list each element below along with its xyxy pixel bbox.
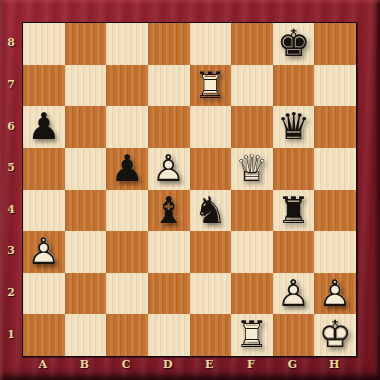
square-g8[interactable]: ♚ [273, 23, 315, 65]
rank-label-5: 5 [0, 147, 22, 189]
square-d5[interactable]: ♟♙ [148, 148, 190, 190]
file-label-b: B [64, 355, 106, 380]
piece-glyph: ♚ [273, 23, 315, 65]
square-a4[interactable] [23, 190, 65, 232]
square-e8[interactable] [190, 23, 232, 65]
piece-black-king-g8[interactable]: ♚ [273, 23, 315, 65]
square-a3[interactable]: ♟♙ [23, 231, 65, 273]
rank-label-7: 7 [0, 64, 22, 106]
square-g1[interactable] [273, 314, 315, 356]
square-f8[interactable] [231, 23, 273, 65]
piece-black-pawn-c5[interactable]: ♟ [106, 148, 148, 190]
file-labels: ABCDEFGH [22, 355, 355, 380]
piece-outline-glyph: ♖ [190, 65, 232, 107]
square-e1[interactable] [190, 314, 232, 356]
file-label-f: F [230, 355, 272, 380]
square-c2[interactable] [106, 273, 148, 315]
piece-white-rook-f1[interactable]: ♜♖ [231, 314, 273, 356]
square-a5[interactable] [23, 148, 65, 190]
square-g3[interactable] [273, 231, 315, 273]
square-b7[interactable] [65, 65, 107, 107]
square-b5[interactable] [65, 148, 107, 190]
square-d8[interactable] [148, 23, 190, 65]
square-d4[interactable]: ♝ [148, 190, 190, 232]
square-c3[interactable] [106, 231, 148, 273]
square-h8[interactable] [314, 23, 356, 65]
square-b4[interactable] [65, 190, 107, 232]
square-e3[interactable] [190, 231, 232, 273]
square-g5[interactable] [273, 148, 315, 190]
piece-black-rook-g4[interactable]: ♜ [273, 190, 315, 232]
square-a6[interactable]: ♟ [23, 106, 65, 148]
file-label-a: A [22, 355, 64, 380]
piece-black-pawn-a6[interactable]: ♟ [23, 106, 65, 148]
square-e2[interactable] [190, 273, 232, 315]
piece-white-pawn-h2[interactable]: ♟♙ [314, 273, 356, 315]
file-label-e: E [189, 355, 231, 380]
square-f6[interactable] [231, 106, 273, 148]
square-c5[interactable]: ♟ [106, 148, 148, 190]
file-label-c: C [105, 355, 147, 380]
file-label-g: G [272, 355, 314, 380]
piece-outline-glyph: ♙ [148, 148, 190, 190]
square-c4[interactable] [106, 190, 148, 232]
rank-label-3: 3 [0, 230, 22, 272]
square-e6[interactable] [190, 106, 232, 148]
square-e4[interactable]: ♞ [190, 190, 232, 232]
square-d3[interactable] [148, 231, 190, 273]
square-b2[interactable] [65, 273, 107, 315]
piece-white-pawn-g2[interactable]: ♟♙ [273, 273, 315, 315]
square-g7[interactable] [273, 65, 315, 107]
square-d1[interactable] [148, 314, 190, 356]
piece-glyph: ♟ [23, 106, 65, 148]
piece-outline-glyph: ♙ [273, 273, 315, 315]
square-c8[interactable] [106, 23, 148, 65]
square-d2[interactable] [148, 273, 190, 315]
piece-glyph: ♞ [190, 190, 232, 232]
square-c1[interactable] [106, 314, 148, 356]
square-f5[interactable]: ♛♕ [231, 148, 273, 190]
square-h5[interactable] [314, 148, 356, 190]
piece-white-rook-e7[interactable]: ♜♖ [190, 65, 232, 107]
square-a8[interactable] [23, 23, 65, 65]
piece-white-pawn-a3[interactable]: ♟♙ [23, 231, 65, 273]
square-f2[interactable] [231, 273, 273, 315]
square-h2[interactable]: ♟♙ [314, 273, 356, 315]
rank-label-4: 4 [0, 189, 22, 231]
square-h1[interactable]: ♚♔ [314, 314, 356, 356]
square-h4[interactable] [314, 190, 356, 232]
piece-glyph: ♜ [273, 190, 315, 232]
piece-black-queen-g6[interactable]: ♛ [273, 106, 315, 148]
square-b6[interactable] [65, 106, 107, 148]
square-f7[interactable] [231, 65, 273, 107]
piece-outline-glyph: ♙ [23, 231, 65, 273]
rank-label-6: 6 [0, 105, 22, 147]
piece-glyph: ♟ [106, 148, 148, 190]
square-h3[interactable] [314, 231, 356, 273]
piece-white-pawn-d5[interactable]: ♟♙ [148, 148, 190, 190]
square-b3[interactable] [65, 231, 107, 273]
board: ♚♜♖♟♛♟♟♙♛♕♝♞♜♟♙♟♙♟♙♜♖♚♔ [22, 22, 357, 357]
square-h7[interactable] [314, 65, 356, 107]
piece-outline-glyph: ♙ [314, 273, 356, 315]
square-f1[interactable]: ♜♖ [231, 314, 273, 356]
square-b1[interactable] [65, 314, 107, 356]
file-label-d: D [147, 355, 189, 380]
square-b8[interactable] [65, 23, 107, 65]
piece-glyph: ♝ [148, 190, 190, 232]
square-h6[interactable] [314, 106, 356, 148]
piece-white-king-h1[interactable]: ♚♔ [314, 314, 356, 356]
piece-glyph: ♛ [273, 106, 315, 148]
square-c7[interactable] [106, 65, 148, 107]
square-d7[interactable] [148, 65, 190, 107]
rank-label-8: 8 [0, 22, 22, 64]
square-a7[interactable] [23, 65, 65, 107]
square-e5[interactable] [190, 148, 232, 190]
file-label-h: H [313, 355, 355, 380]
piece-outline-glyph: ♔ [314, 314, 356, 356]
square-f3[interactable] [231, 231, 273, 273]
square-c6[interactable] [106, 106, 148, 148]
square-a2[interactable] [23, 273, 65, 315]
piece-white-queen-f5[interactable]: ♛♕ [231, 148, 273, 190]
rank-label-1: 1 [0, 313, 22, 355]
square-a1[interactable] [23, 314, 65, 356]
square-g6[interactable]: ♛ [273, 106, 315, 148]
rank-labels: 87654321 [0, 22, 22, 355]
rank-label-2: 2 [0, 272, 22, 314]
square-g4[interactable]: ♜ [273, 190, 315, 232]
square-g2[interactable]: ♟♙ [273, 273, 315, 315]
square-e7[interactable]: ♜♖ [190, 65, 232, 107]
piece-black-bishop-d4[interactable]: ♝ [148, 190, 190, 232]
piece-outline-glyph: ♕ [231, 148, 273, 190]
piece-black-knight-e4[interactable]: ♞ [190, 190, 232, 232]
piece-outline-glyph: ♖ [231, 314, 273, 356]
square-d6[interactable] [148, 106, 190, 148]
board-frame: 87654321 ABCDEFGH ♚♜♖♟♛♟♟♙♛♕♝♞♜♟♙♟♙♟♙♜♖♚… [0, 0, 380, 380]
square-f4[interactable] [231, 190, 273, 232]
